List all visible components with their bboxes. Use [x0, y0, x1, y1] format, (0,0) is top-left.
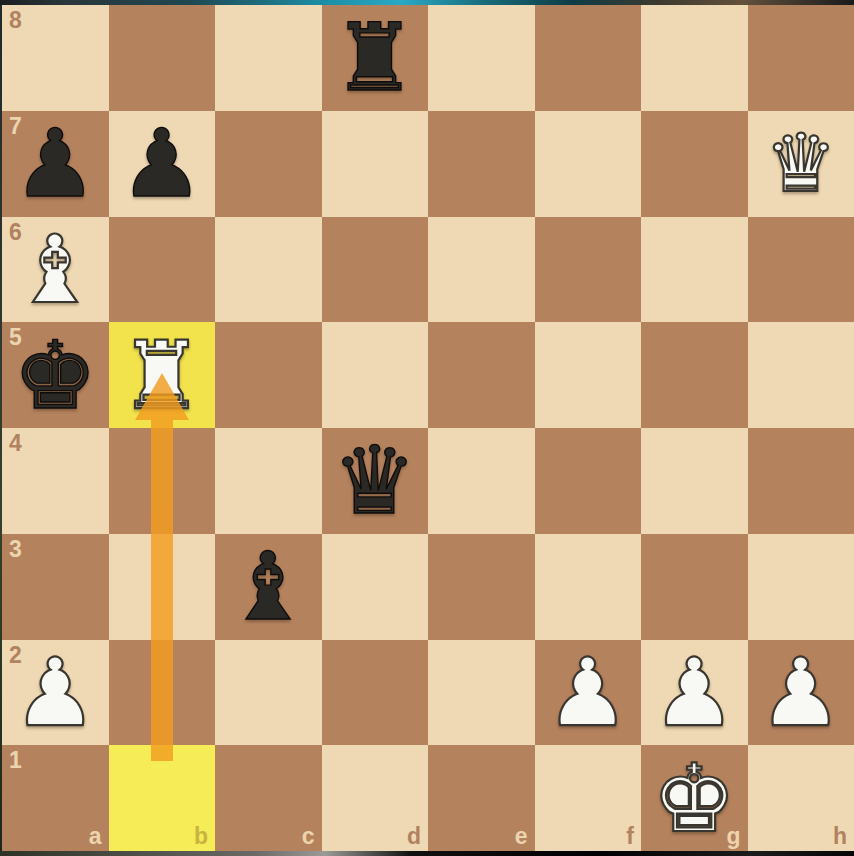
square-b3[interactable]: [109, 534, 216, 640]
square-a8[interactable]: 8: [2, 5, 109, 111]
square-e1[interactable]: e: [428, 745, 535, 851]
file-label-a: a: [89, 823, 102, 850]
square-b1[interactable]: b: [109, 745, 216, 851]
square-a7[interactable]: 7♟: [2, 111, 109, 217]
square-d8[interactable]: ♜: [322, 5, 429, 111]
square-b5[interactable]: ♜: [109, 322, 216, 428]
file-label-c: c: [302, 823, 315, 850]
square-g3[interactable]: [641, 534, 748, 640]
black-bishop-c3[interactable]: ♝: [215, 534, 322, 640]
rank-label-3: 3: [9, 536, 22, 563]
rank-label-1: 1: [9, 747, 22, 774]
file-label-b: b: [194, 823, 208, 850]
square-h5[interactable]: [748, 322, 854, 428]
square-b8[interactable]: [109, 5, 216, 111]
square-d6[interactable]: [322, 217, 429, 323]
white-pawn-h2[interactable]: ♟: [748, 640, 854, 746]
white-pawn-f2[interactable]: ♟: [535, 640, 642, 746]
square-e4[interactable]: [428, 428, 535, 534]
square-d2[interactable]: [322, 640, 429, 746]
square-c7[interactable]: [215, 111, 322, 217]
square-f7[interactable]: [535, 111, 642, 217]
square-g4[interactable]: [641, 428, 748, 534]
rank-label-7: 7: [9, 113, 22, 140]
file-label-h: h: [833, 823, 847, 850]
square-b4[interactable]: [109, 428, 216, 534]
square-f3[interactable]: [535, 534, 642, 640]
square-a3[interactable]: 3: [2, 534, 109, 640]
square-b7[interactable]: ♟: [109, 111, 216, 217]
square-h3[interactable]: [748, 534, 854, 640]
square-e7[interactable]: [428, 111, 535, 217]
square-c3[interactable]: ♝: [215, 534, 322, 640]
square-a1[interactable]: 1a: [2, 745, 109, 851]
rank-label-5: 5: [9, 324, 22, 351]
square-c1[interactable]: c: [215, 745, 322, 851]
file-label-f: f: [626, 823, 634, 850]
square-h2[interactable]: ♟: [748, 640, 854, 746]
square-c8[interactable]: [215, 5, 322, 111]
square-f4[interactable]: [535, 428, 642, 534]
square-b6[interactable]: [109, 217, 216, 323]
black-queen-d4[interactable]: ♛: [322, 428, 429, 534]
square-e5[interactable]: [428, 322, 535, 428]
square-d5[interactable]: [322, 322, 429, 428]
white-rook-b5[interactable]: ♜: [109, 322, 216, 428]
black-pawn-b7[interactable]: ♟: [109, 111, 216, 217]
square-b2[interactable]: [109, 640, 216, 746]
square-g2[interactable]: ♟: [641, 640, 748, 746]
square-g5[interactable]: [641, 322, 748, 428]
square-h7[interactable]: ♛: [748, 111, 854, 217]
square-d7[interactable]: [322, 111, 429, 217]
square-c6[interactable]: [215, 217, 322, 323]
square-a6[interactable]: 6♝: [2, 217, 109, 323]
rank-label-8: 8: [9, 7, 22, 34]
square-h8[interactable]: [748, 5, 854, 111]
square-h6[interactable]: [748, 217, 854, 323]
rank-label-2: 2: [9, 642, 22, 669]
square-e3[interactable]: [428, 534, 535, 640]
file-label-d: d: [407, 823, 421, 850]
rank-label-6: 6: [9, 219, 22, 246]
chess-app-window: 8♜7♟♟♛6♝5♚♜4♛3♝2♟♟♟♟1abcdefg♚h: [0, 0, 854, 856]
square-d3[interactable]: [322, 534, 429, 640]
square-g7[interactable]: [641, 111, 748, 217]
square-a2[interactable]: 2♟: [2, 640, 109, 746]
square-f1[interactable]: f: [535, 745, 642, 851]
square-f2[interactable]: ♟: [535, 640, 642, 746]
white-queen-h7[interactable]: ♛: [748, 111, 854, 217]
square-c2[interactable]: [215, 640, 322, 746]
square-e2[interactable]: [428, 640, 535, 746]
square-a5[interactable]: 5♚: [2, 322, 109, 428]
square-g1[interactable]: g♚: [641, 745, 748, 851]
square-g8[interactable]: [641, 5, 748, 111]
square-d1[interactable]: d: [322, 745, 429, 851]
square-g6[interactable]: [641, 217, 748, 323]
white-pawn-g2[interactable]: ♟: [641, 640, 748, 746]
square-c5[interactable]: [215, 322, 322, 428]
rank-label-4: 4: [9, 430, 22, 457]
square-e8[interactable]: [428, 5, 535, 111]
black-rook-d8[interactable]: ♜: [322, 5, 429, 111]
square-f8[interactable]: [535, 5, 642, 111]
square-e6[interactable]: [428, 217, 535, 323]
file-label-g: g: [726, 823, 740, 850]
square-c4[interactable]: [215, 428, 322, 534]
board: 8♜7♟♟♛6♝5♚♜4♛3♝2♟♟♟♟1abcdefg♚h: [2, 5, 854, 851]
square-a4[interactable]: 4: [2, 428, 109, 534]
square-h1[interactable]: h: [748, 745, 854, 851]
file-label-e: e: [515, 823, 528, 850]
square-f6[interactable]: [535, 217, 642, 323]
square-h4[interactable]: [748, 428, 854, 534]
square-d4[interactable]: ♛: [322, 428, 429, 534]
square-f5[interactable]: [535, 322, 642, 428]
